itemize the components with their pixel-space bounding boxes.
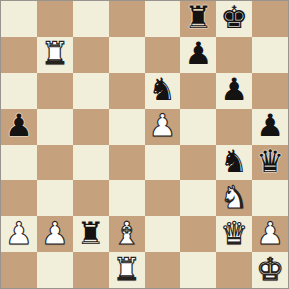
square-b6[interactable] — [37, 73, 73, 109]
square-h5[interactable]: ♟ — [252, 109, 288, 145]
square-e6[interactable]: ♞ — [145, 73, 181, 109]
square-d1[interactable]: ♜ — [109, 252, 145, 288]
square-f2[interactable] — [180, 216, 216, 252]
piece-black-pawn[interactable]: ♟ — [256, 110, 284, 141]
piece-white-pawn[interactable]: ♟ — [41, 218, 69, 249]
square-g8[interactable]: ♚ — [216, 1, 252, 37]
square-c7[interactable] — [73, 37, 109, 73]
piece-black-knight[interactable]: ♞ — [220, 146, 248, 177]
square-a1[interactable] — [1, 252, 37, 288]
square-f3[interactable] — [180, 180, 216, 216]
piece-white-pawn[interactable]: ♟ — [256, 218, 284, 249]
square-h1[interactable]: ♚ — [252, 252, 288, 288]
square-e2[interactable] — [145, 216, 181, 252]
square-b1[interactable] — [37, 252, 73, 288]
square-f5[interactable] — [180, 109, 216, 145]
square-b8[interactable] — [37, 1, 73, 37]
square-c4[interactable] — [73, 145, 109, 181]
square-f6[interactable] — [180, 73, 216, 109]
piece-white-rook[interactable]: ♜ — [41, 38, 69, 69]
square-e8[interactable] — [145, 1, 181, 37]
square-h6[interactable] — [252, 73, 288, 109]
square-f8[interactable]: ♜ — [180, 1, 216, 37]
square-d3[interactable] — [109, 180, 145, 216]
square-g7[interactable] — [216, 37, 252, 73]
square-h2[interactable]: ♟ — [252, 216, 288, 252]
square-e1[interactable] — [145, 252, 181, 288]
square-a7[interactable] — [1, 37, 37, 73]
piece-white-queen[interactable]: ♛ — [220, 218, 248, 249]
chess-board: ♜♚♜♟♞♟♟♟♟♞♛♞♟♟♜♝♛♟♜♚ — [0, 0, 289, 289]
square-c3[interactable] — [73, 180, 109, 216]
piece-black-king[interactable]: ♚ — [220, 2, 248, 33]
square-f7[interactable]: ♟ — [180, 37, 216, 73]
square-a8[interactable] — [1, 1, 37, 37]
square-h4[interactable]: ♛ — [252, 145, 288, 181]
square-c5[interactable] — [73, 109, 109, 145]
piece-white-rook[interactable]: ♜ — [113, 254, 141, 285]
piece-white-pawn[interactable]: ♟ — [5, 218, 33, 249]
piece-black-pawn[interactable]: ♟ — [5, 110, 33, 141]
square-c2[interactable]: ♜ — [73, 216, 109, 252]
piece-black-rook[interactable]: ♜ — [77, 218, 105, 249]
piece-black-queen[interactable]: ♛ — [256, 146, 284, 177]
square-c1[interactable] — [73, 252, 109, 288]
square-b2[interactable]: ♟ — [37, 216, 73, 252]
square-b5[interactable] — [37, 109, 73, 145]
square-g1[interactable] — [216, 252, 252, 288]
square-a5[interactable]: ♟ — [1, 109, 37, 145]
piece-white-king[interactable]: ♚ — [256, 254, 284, 285]
piece-black-rook[interactable]: ♜ — [184, 2, 212, 33]
square-g6[interactable]: ♟ — [216, 73, 252, 109]
square-e5[interactable]: ♟ — [145, 109, 181, 145]
square-c6[interactable] — [73, 73, 109, 109]
piece-white-bishop[interactable]: ♝ — [113, 218, 141, 249]
square-f4[interactable] — [180, 145, 216, 181]
piece-black-pawn[interactable]: ♟ — [184, 38, 212, 69]
square-b4[interactable] — [37, 145, 73, 181]
square-c8[interactable] — [73, 1, 109, 37]
piece-white-pawn[interactable]: ♟ — [149, 110, 177, 141]
square-d4[interactable] — [109, 145, 145, 181]
square-b7[interactable]: ♜ — [37, 37, 73, 73]
piece-black-knight[interactable]: ♞ — [149, 74, 177, 105]
square-e3[interactable] — [145, 180, 181, 216]
square-f1[interactable] — [180, 252, 216, 288]
square-d2[interactable]: ♝ — [109, 216, 145, 252]
square-d6[interactable] — [109, 73, 145, 109]
square-a4[interactable] — [1, 145, 37, 181]
square-g2[interactable]: ♛ — [216, 216, 252, 252]
square-g5[interactable] — [216, 109, 252, 145]
square-g4[interactable]: ♞ — [216, 145, 252, 181]
square-a6[interactable] — [1, 73, 37, 109]
square-b3[interactable] — [37, 180, 73, 216]
square-a2[interactable]: ♟ — [1, 216, 37, 252]
square-e7[interactable] — [145, 37, 181, 73]
square-e4[interactable] — [145, 145, 181, 181]
square-d7[interactable] — [109, 37, 145, 73]
piece-black-pawn[interactable]: ♟ — [220, 74, 248, 105]
square-h7[interactable] — [252, 37, 288, 73]
square-h8[interactable] — [252, 1, 288, 37]
square-d8[interactable] — [109, 1, 145, 37]
square-a3[interactable] — [1, 180, 37, 216]
square-g3[interactable]: ♞ — [216, 180, 252, 216]
square-h3[interactable] — [252, 180, 288, 216]
piece-white-knight[interactable]: ♞ — [220, 182, 248, 213]
square-d5[interactable] — [109, 109, 145, 145]
